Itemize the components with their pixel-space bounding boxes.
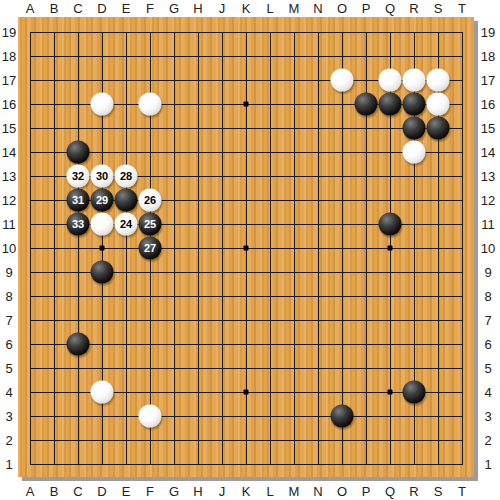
coord-col-top-T: T xyxy=(458,2,466,15)
black-stone-d9 xyxy=(91,261,114,284)
black-stone-r16 xyxy=(403,93,426,116)
coord-row-left-14: 14 xyxy=(2,146,16,159)
coord-row-left-1: 1 xyxy=(5,458,12,471)
coord-row-right-6: 6 xyxy=(484,338,491,351)
coord-col-top-K: K xyxy=(242,2,251,15)
coord-row-right-9: 9 xyxy=(484,266,491,279)
coord-col-bottom-A: A xyxy=(26,485,35,498)
coord-col-top-P: P xyxy=(362,2,371,15)
coord-row-right-15: 15 xyxy=(481,122,495,135)
coord-row-left-9: 9 xyxy=(5,266,12,279)
coord-row-right-2: 2 xyxy=(484,434,491,447)
coord-row-right-16: 16 xyxy=(481,98,495,111)
coord-col-bottom-R: R xyxy=(409,485,418,498)
black-stone-r15 xyxy=(403,117,426,140)
coord-row-right-5: 5 xyxy=(484,362,491,375)
coord-row-right-4: 4 xyxy=(484,386,491,399)
coord-row-right-1: 1 xyxy=(484,458,491,471)
white-stone-d16 xyxy=(91,93,114,116)
white-stone-e13: 28 xyxy=(115,165,138,188)
star-point-k10 xyxy=(244,246,249,251)
coord-row-left-15: 15 xyxy=(2,122,16,135)
black-stone-q11 xyxy=(379,213,402,236)
coord-row-left-19: 19 xyxy=(2,26,16,39)
coord-row-left-4: 4 xyxy=(5,386,12,399)
white-stone-q17 xyxy=(379,69,402,92)
coord-row-left-5: 5 xyxy=(5,362,12,375)
coord-row-left-13: 13 xyxy=(2,170,16,183)
coord-col-bottom-N: N xyxy=(313,485,322,498)
coord-row-right-8: 8 xyxy=(484,290,491,303)
black-stone-o3 xyxy=(331,405,354,428)
white-stone-o17 xyxy=(331,69,354,92)
star-point-q10 xyxy=(388,246,393,251)
coord-row-left-16: 16 xyxy=(2,98,16,111)
coord-row-left-11: 11 xyxy=(2,218,16,231)
coord-col-bottom-T: T xyxy=(458,485,466,498)
move-number-31: 31 xyxy=(72,195,84,206)
coord-row-right-13: 13 xyxy=(481,170,495,183)
white-stone-s16 xyxy=(427,93,450,116)
star-point-k4 xyxy=(244,390,249,395)
move-number-30: 30 xyxy=(96,171,108,182)
coord-col-top-R: R xyxy=(409,2,418,15)
coord-row-left-7: 7 xyxy=(5,314,12,327)
black-stone-s15 xyxy=(427,117,450,140)
move-number-33: 33 xyxy=(72,219,84,230)
coord-col-bottom-C: C xyxy=(73,485,82,498)
coord-col-top-N: N xyxy=(313,2,322,15)
move-number-27: 27 xyxy=(144,243,156,254)
black-stone-f10: 27 xyxy=(139,237,162,260)
coord-col-top-M: M xyxy=(289,2,300,15)
coord-row-left-17: 17 xyxy=(2,74,16,87)
coord-row-left-12: 12 xyxy=(2,194,16,207)
coord-row-left-10: 10 xyxy=(2,242,16,255)
white-stone-d13: 30 xyxy=(91,165,114,188)
coord-col-bottom-O: O xyxy=(337,485,347,498)
coord-col-top-C: C xyxy=(73,2,82,15)
star-point-q4 xyxy=(388,390,393,395)
star-point-k16 xyxy=(244,102,249,107)
coord-row-left-3: 3 xyxy=(5,410,12,423)
coord-col-bottom-M: M xyxy=(289,485,300,498)
white-stone-d11 xyxy=(91,213,114,236)
coord-col-top-G: G xyxy=(169,2,179,15)
coord-col-top-L: L xyxy=(266,2,273,15)
coord-col-top-J: J xyxy=(219,2,226,15)
coord-col-top-D: D xyxy=(97,2,106,15)
coord-row-right-18: 18 xyxy=(481,50,495,63)
coord-row-right-17: 17 xyxy=(481,74,495,87)
coord-col-top-S: S xyxy=(434,2,443,15)
coord-row-right-7: 7 xyxy=(484,314,491,327)
coord-row-right-19: 19 xyxy=(481,26,495,39)
white-stone-e11: 24 xyxy=(115,213,138,236)
coord-col-bottom-D: D xyxy=(97,485,106,498)
star-point-d10 xyxy=(100,246,105,251)
coord-col-top-F: F xyxy=(146,2,154,15)
move-number-25: 25 xyxy=(144,219,156,230)
coord-row-right-3: 3 xyxy=(484,410,491,423)
coord-row-left-8: 8 xyxy=(5,290,12,303)
black-stone-r4 xyxy=(403,381,426,404)
coord-row-right-12: 12 xyxy=(481,194,495,207)
coord-col-bottom-G: G xyxy=(169,485,179,498)
coord-col-bottom-S: S xyxy=(434,485,443,498)
white-stone-r17 xyxy=(403,69,426,92)
coord-row-left-2: 2 xyxy=(5,434,12,447)
black-stone-p16 xyxy=(355,93,378,116)
black-stone-c12: 31 xyxy=(67,189,90,212)
coord-col-bottom-B: B xyxy=(50,485,59,498)
coord-col-bottom-H: H xyxy=(193,485,202,498)
move-number-29: 29 xyxy=(96,195,108,206)
white-stone-r14 xyxy=(403,141,426,164)
move-number-24: 24 xyxy=(120,219,132,230)
coord-col-top-B: B xyxy=(50,2,59,15)
black-stone-d12: 29 xyxy=(91,189,114,212)
coord-row-right-14: 14 xyxy=(481,146,495,159)
coord-col-top-O: O xyxy=(337,2,347,15)
coord-row-right-11: 11 xyxy=(481,218,495,231)
black-stone-q16 xyxy=(379,93,402,116)
white-stone-d4 xyxy=(91,381,114,404)
coord-col-bottom-E: E xyxy=(122,485,131,498)
coord-col-bottom-L: L xyxy=(266,485,273,498)
go-diagram: AABBCCDDEEFFGGHHJJKKLLMMNNOOPPQQRRSSTT19… xyxy=(0,0,500,500)
coord-col-bottom-Q: Q xyxy=(385,485,395,498)
white-stone-f12: 26 xyxy=(139,189,162,212)
black-stone-c11: 33 xyxy=(67,213,90,236)
black-stone-e12 xyxy=(115,189,138,212)
coord-col-bottom-J: J xyxy=(219,485,226,498)
white-stone-f3 xyxy=(139,405,162,428)
black-stone-f11: 25 xyxy=(139,213,162,236)
coord-col-top-E: E xyxy=(122,2,131,15)
coord-col-bottom-K: K xyxy=(242,485,251,498)
coord-row-left-6: 6 xyxy=(5,338,12,351)
coord-col-bottom-F: F xyxy=(146,485,154,498)
move-number-26: 26 xyxy=(144,195,156,206)
coord-row-right-10: 10 xyxy=(481,242,495,255)
coord-col-top-A: A xyxy=(26,2,35,15)
move-number-28: 28 xyxy=(120,171,132,182)
coord-col-bottom-P: P xyxy=(362,485,371,498)
move-number-32: 32 xyxy=(72,171,84,182)
black-stone-c6 xyxy=(67,333,90,356)
white-stone-s17 xyxy=(427,69,450,92)
coord-col-top-Q: Q xyxy=(385,2,395,15)
black-stone-c14 xyxy=(67,141,90,164)
white-stone-c13: 32 xyxy=(67,165,90,188)
coord-row-left-18: 18 xyxy=(2,50,16,63)
coord-col-top-H: H xyxy=(193,2,202,15)
white-stone-f16 xyxy=(139,93,162,116)
